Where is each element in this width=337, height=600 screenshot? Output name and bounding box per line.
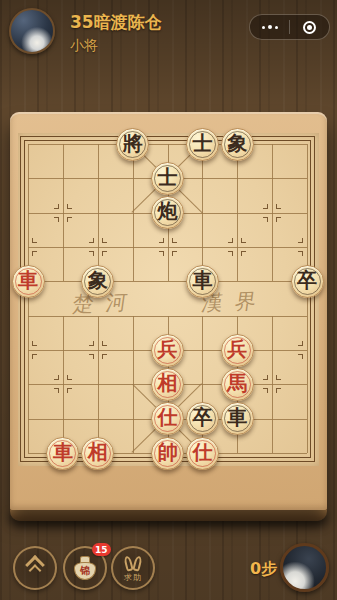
piece-black-炮[interactable]: 炮 <box>151 196 184 229</box>
opponent-avatar <box>280 543 329 592</box>
piece-black-卒[interactable]: 卒 <box>186 402 219 435</box>
piece-glyph: 卒 <box>292 265 323 296</box>
app-screen: 35暗渡陈仓 小将 楚河 漢界 將士象士炮車象車卒兵兵相馬仕卒車車相帥仕 锦 1… <box>0 0 337 600</box>
piece-glyph: 馬 <box>222 368 253 399</box>
piece-red-車[interactable]: 車 <box>46 437 79 470</box>
piece-glyph: 象 <box>222 128 253 159</box>
piece-glyph: 士 <box>152 162 183 193</box>
piece-black-士[interactable]: 士 <box>151 162 184 195</box>
target-icon <box>303 21 316 34</box>
piece-red-相[interactable]: 相 <box>81 437 114 470</box>
piece-glyph: 象 <box>82 265 113 296</box>
piece-glyph: 兵 <box>152 334 183 365</box>
piece-glyph: 車 <box>13 265 44 296</box>
close-button[interactable] <box>290 15 329 39</box>
piece-red-兵[interactable]: 兵 <box>221 334 254 367</box>
move-counter: 0步 <box>250 559 277 580</box>
piece-black-象[interactable]: 象 <box>221 128 254 161</box>
hint-bag-char: 锦 <box>80 564 90 578</box>
piece-glyph: 仕 <box>187 437 218 468</box>
miniprogram-capsule <box>249 14 330 40</box>
hint-bag-button[interactable]: 锦 15 <box>63 546 107 590</box>
piece-glyph: 將 <box>117 128 148 159</box>
piece-red-兵[interactable]: 兵 <box>151 334 184 367</box>
help-label: 求助 <box>113 572 153 583</box>
piece-glyph: 車 <box>47 437 78 468</box>
piece-glyph: 帥 <box>152 437 183 468</box>
piece-black-車[interactable]: 車 <box>221 402 254 435</box>
piece-black-士[interactable]: 士 <box>186 128 219 161</box>
piece-red-仕[interactable]: 仕 <box>151 402 184 435</box>
piece-black-將[interactable]: 將 <box>116 128 149 161</box>
piece-glyph: 士 <box>187 128 218 159</box>
piece-glyph: 車 <box>187 265 218 296</box>
expand-menu-button[interactable] <box>13 546 57 590</box>
player-avatar <box>9 8 55 54</box>
piece-glyph: 車 <box>222 402 253 433</box>
more-icon <box>262 26 265 29</box>
ask-help-button[interactable]: 求助 <box>111 546 155 590</box>
piece-black-象[interactable]: 象 <box>81 265 114 298</box>
piece-glyph: 相 <box>82 437 113 468</box>
piece-red-車[interactable]: 車 <box>12 265 45 298</box>
piece-red-帥[interactable]: 帥 <box>151 437 184 470</box>
piece-black-卒[interactable]: 卒 <box>291 265 324 298</box>
more-button[interactable] <box>250 15 289 39</box>
level-title: 35暗渡陈仓 <box>70 11 162 34</box>
piece-red-仕[interactable]: 仕 <box>186 437 219 470</box>
piece-glyph: 相 <box>152 368 183 399</box>
piece-red-馬[interactable]: 馬 <box>221 368 254 401</box>
piece-red-相[interactable]: 相 <box>151 368 184 401</box>
piece-glyph: 兵 <box>222 334 253 365</box>
piece-glyph: 仕 <box>152 402 183 433</box>
hint-count-badge: 15 <box>92 543 111 556</box>
piece-glyph: 炮 <box>152 196 183 227</box>
piece-black-車[interactable]: 車 <box>186 265 219 298</box>
rank-subtitle: 小将 <box>70 37 98 55</box>
piece-glyph: 卒 <box>187 402 218 433</box>
